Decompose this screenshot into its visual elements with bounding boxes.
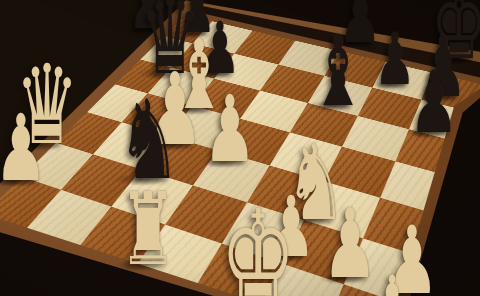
piece-black-pawn-h6[interactable]: ♟ [409, 59, 458, 145]
piece-white-pawn-offboard-bottom-edge[interactable]: ♟ [374, 267, 411, 296]
piece-white-rook-c1[interactable]: ♜ [119, 180, 176, 280]
piece-white-king-e1[interactable]: ♚ [220, 192, 296, 296]
piece-black-bishop-f6[interactable]: ♝ [310, 22, 366, 120]
piece-white-pawn-g2[interactable]: ♟ [322, 196, 377, 292]
piece-white-pawn-a4[interactable]: ♟ [0, 103, 47, 195]
piece-white-pawn-d4[interactable]: ♟ [204, 84, 257, 176]
chess-photo-scene: ♟♟♟♚♛♟♟♟♝♝♟♛♟♟♞♟♞♟♜♟♟♚♟ [0, 0, 480, 296]
